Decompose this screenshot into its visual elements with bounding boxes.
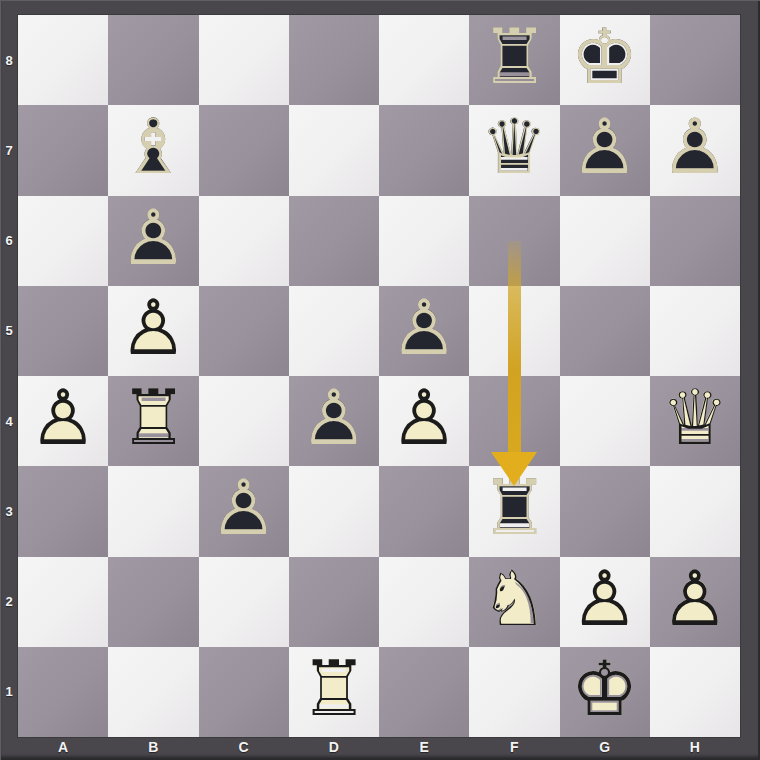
square-d7[interactable] [289,105,379,195]
square-b3[interactable] [108,466,198,556]
white-queen-outline: ♕ [650,373,740,463]
square-h4[interactable]: ♛♕ [650,376,740,466]
square-f4[interactable] [469,376,559,466]
piece-white-pawn[interactable]: ♟♙ [108,286,198,376]
file-label-e: E [379,737,469,757]
square-e1[interactable] [379,647,469,737]
board-frame: 87654321 ♜♖♚♔♝♗♛♕♟♙♟♙♟♙♟♙♟♙♟♙♜♖♟♙♟♙♛♕♟♙♜… [0,0,760,760]
rank-label-8: 8 [0,15,18,105]
piece-black-pawn[interactable]: ♟♙ [560,105,650,195]
black-king-outline: ♔ [560,12,650,102]
square-a1[interactable] [18,647,108,737]
piece-white-rook[interactable]: ♜♖ [108,376,198,466]
rank-label-4: 4 [0,376,18,466]
black-pawn-outline: ♙ [379,283,469,373]
square-d5[interactable] [289,286,379,376]
file-label-c: C [199,737,289,757]
piece-black-pawn[interactable]: ♟♙ [289,376,379,466]
square-a8[interactable] [18,15,108,105]
file-label-d: D [289,737,379,757]
square-d2[interactable] [289,557,379,647]
piece-white-queen[interactable]: ♛♕ [650,376,740,466]
square-e8[interactable] [379,15,469,105]
white-pawn-outline: ♙ [108,283,198,373]
white-pawn-outline: ♙ [18,373,108,463]
white-rook-outline: ♖ [289,644,379,734]
square-b6[interactable]: ♟♙ [108,196,198,286]
square-h5[interactable] [650,286,740,376]
piece-black-pawn[interactable]: ♟♙ [650,105,740,195]
square-e7[interactable] [379,105,469,195]
piece-black-rook[interactable]: ♜♖ [469,466,559,556]
square-a4[interactable]: ♟♙ [18,376,108,466]
black-pawn-outline: ♙ [199,463,289,553]
white-knight-outline: ♘ [469,554,559,644]
square-d8[interactable] [289,15,379,105]
square-h6[interactable] [650,196,740,286]
square-c7[interactable] [199,105,289,195]
square-e4[interactable]: ♟♙ [379,376,469,466]
square-c5[interactable] [199,286,289,376]
square-g7[interactable]: ♟♙ [560,105,650,195]
square-f8[interactable]: ♜♖ [469,15,559,105]
square-d6[interactable] [289,196,379,286]
file-label-h: H [650,737,740,757]
file-labels: ABCDEFGH [18,737,740,757]
black-rook-outline: ♖ [469,12,559,102]
piece-black-queen[interactable]: ♛♕ [469,105,559,195]
white-pawn-outline: ♙ [560,554,650,644]
square-f1[interactable] [469,647,559,737]
piece-black-rook[interactable]: ♜♖ [469,15,559,105]
square-c1[interactable] [199,647,289,737]
square-d3[interactable] [289,466,379,556]
square-c6[interactable] [199,196,289,286]
piece-white-pawn[interactable]: ♟♙ [650,557,740,647]
white-rook-outline: ♖ [108,373,198,463]
square-h3[interactable] [650,466,740,556]
black-queen-outline: ♕ [469,102,559,192]
square-b4[interactable]: ♜♖ [108,376,198,466]
file-label-b: B [108,737,198,757]
white-king-outline: ♔ [560,644,650,734]
square-b5[interactable]: ♟♙ [108,286,198,376]
white-pawn-outline: ♙ [379,373,469,463]
square-g8[interactable]: ♚♔ [560,15,650,105]
square-g1[interactable]: ♚♔ [560,647,650,737]
file-label-g: G [560,737,650,757]
square-e6[interactable] [379,196,469,286]
black-pawn-outline: ♙ [289,373,379,463]
square-d1[interactable]: ♜♖ [289,647,379,737]
rank-label-2: 2 [0,557,18,647]
square-c8[interactable] [199,15,289,105]
square-f3[interactable]: ♜♖ [469,466,559,556]
black-pawn-outline: ♙ [108,193,198,283]
black-pawn-outline: ♙ [650,102,740,192]
square-h2[interactable]: ♟♙ [650,557,740,647]
black-bishop-outline: ♗ [108,102,198,192]
square-f5[interactable] [469,286,559,376]
piece-black-king[interactable]: ♚♔ [560,15,650,105]
square-f6[interactable] [469,196,559,286]
square-b2[interactable] [108,557,198,647]
piece-white-knight[interactable]: ♞♘ [469,557,559,647]
black-pawn-outline: ♙ [560,102,650,192]
square-h7[interactable]: ♟♙ [650,105,740,195]
file-label-a: A [18,737,108,757]
square-f2[interactable]: ♞♘ [469,557,559,647]
white-pawn-outline: ♙ [650,554,740,644]
square-e5[interactable]: ♟♙ [379,286,469,376]
piece-black-bishop[interactable]: ♝♗ [108,105,198,195]
chess-board: ♜♖♚♔♝♗♛♕♟♙♟♙♟♙♟♙♟♙♟♙♜♖♟♙♟♙♛♕♟♙♜♖♞♘♟♙♟♙♜♖… [18,15,740,737]
square-a7[interactable] [18,105,108,195]
rank-label-6: 6 [0,196,18,286]
rank-label-7: 7 [0,105,18,195]
black-rook-outline: ♖ [469,463,559,553]
square-g2[interactable]: ♟♙ [560,557,650,647]
square-g4[interactable] [560,376,650,466]
rank-label-3: 3 [0,466,18,556]
piece-black-pawn[interactable]: ♟♙ [199,466,289,556]
square-d4[interactable]: ♟♙ [289,376,379,466]
square-b1[interactable] [108,647,198,737]
square-e2[interactable] [379,557,469,647]
square-a2[interactable] [18,557,108,647]
rank-label-1: 1 [0,647,18,737]
piece-white-rook[interactable]: ♜♖ [289,647,379,737]
square-a5[interactable] [18,286,108,376]
square-b8[interactable] [108,15,198,105]
square-g5[interactable] [560,286,650,376]
piece-black-pawn[interactable]: ♟♙ [108,196,198,286]
square-c2[interactable] [199,557,289,647]
piece-white-pawn[interactable]: ♟♙ [18,376,108,466]
piece-white-king[interactable]: ♚♔ [560,647,650,737]
square-h1[interactable] [650,647,740,737]
square-f7[interactable]: ♛♕ [469,105,559,195]
square-h8[interactable] [650,15,740,105]
rank-labels: 87654321 [0,15,18,737]
square-g6[interactable] [560,196,650,286]
piece-white-pawn[interactable]: ♟♙ [560,557,650,647]
square-b7[interactable]: ♝♗ [108,105,198,195]
rank-label-5: 5 [0,286,18,376]
piece-white-pawn[interactable]: ♟♙ [379,376,469,466]
square-e3[interactable] [379,466,469,556]
square-a6[interactable] [18,196,108,286]
square-g3[interactable] [560,466,650,556]
file-label-f: F [469,737,559,757]
square-c4[interactable] [199,376,289,466]
square-c3[interactable]: ♟♙ [199,466,289,556]
piece-black-pawn[interactable]: ♟♙ [379,286,469,376]
square-a3[interactable] [18,466,108,556]
